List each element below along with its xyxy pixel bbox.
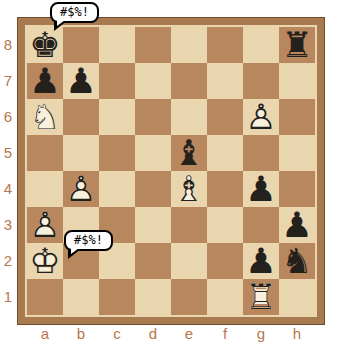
square-b7[interactable]: ♟	[63, 63, 99, 99]
black-pawn: ♟	[279, 207, 315, 243]
file-labels: abcdefgh	[27, 325, 315, 343]
square-e1[interactable]	[171, 279, 207, 315]
white-bishop-fill: ♝	[171, 171, 207, 207]
white-pawn-fill: ♟	[63, 171, 99, 207]
square-h7[interactable]	[279, 63, 315, 99]
square-g4[interactable]: ♟	[243, 171, 279, 207]
square-d8[interactable]	[135, 27, 171, 63]
file-label-a: a	[27, 325, 63, 343]
square-f5[interactable]	[207, 135, 243, 171]
square-h1[interactable]	[279, 279, 315, 315]
square-d1[interactable]	[135, 279, 171, 315]
square-a1[interactable]	[27, 279, 63, 315]
square-g7[interactable]	[243, 63, 279, 99]
square-e6[interactable]	[171, 99, 207, 135]
white-knight-fill: ♞	[27, 99, 63, 135]
white-king: ♔	[27, 243, 63, 279]
square-g1[interactable]: ♜♖	[243, 279, 279, 315]
square-c5[interactable]	[99, 135, 135, 171]
black-knight: ♞	[279, 243, 315, 279]
square-e4[interactable]: ♝♗	[171, 171, 207, 207]
square-e2[interactable]	[171, 243, 207, 279]
square-d6[interactable]	[135, 99, 171, 135]
square-c6[interactable]	[99, 99, 135, 135]
square-g5[interactable]	[243, 135, 279, 171]
square-f2[interactable]	[207, 243, 243, 279]
white-rook-fill: ♜	[243, 279, 279, 315]
square-b1[interactable]	[63, 279, 99, 315]
black-pawn: ♟	[243, 171, 279, 207]
square-d4[interactable]	[135, 171, 171, 207]
file-label-d: d	[135, 325, 171, 343]
square-c1[interactable]	[99, 279, 135, 315]
square-a8[interactable]: ♚	[27, 27, 63, 63]
square-a3[interactable]: ♟♙	[27, 207, 63, 243]
square-b8[interactable]	[63, 27, 99, 63]
white-pawn: ♙	[243, 99, 279, 135]
square-g3[interactable]	[243, 207, 279, 243]
white-bishop: ♗	[171, 171, 207, 207]
square-d3[interactable]	[135, 207, 171, 243]
square-f8[interactable]	[207, 27, 243, 63]
rank-label-1: 1	[0, 279, 16, 315]
black-pawn: ♟	[243, 243, 279, 279]
square-d5[interactable]	[135, 135, 171, 171]
white-pawn: ♙	[63, 171, 99, 207]
square-h8[interactable]: ♜	[279, 27, 315, 63]
square-h5[interactable]	[279, 135, 315, 171]
square-h3[interactable]: ♟	[279, 207, 315, 243]
white-knight: ♘	[27, 99, 63, 135]
page: ♚♜♟♟♞♘♟♙♝♟♙♝♗♟♟♙♟♚♔♟♞♜♖ 87654321 abcdefg…	[0, 0, 337, 349]
speech-bubble-black-king: #$%!	[50, 2, 99, 23]
square-c8[interactable]	[99, 27, 135, 63]
square-b5[interactable]	[63, 135, 99, 171]
square-e3[interactable]	[171, 207, 207, 243]
chess-board: ♚♜♟♟♞♘♟♙♝♟♙♝♗♟♟♙♟♚♔♟♞♜♖	[17, 17, 325, 325]
square-c7[interactable]	[99, 63, 135, 99]
rank-label-6: 6	[0, 99, 16, 135]
rank-label-3: 3	[0, 207, 16, 243]
square-f7[interactable]	[207, 63, 243, 99]
rank-label-5: 5	[0, 135, 16, 171]
black-pawn: ♟	[27, 63, 63, 99]
square-a2[interactable]: ♚♔	[27, 243, 63, 279]
speech-bubble-white-king: #$%!	[64, 230, 113, 251]
board-grid: ♚♜♟♟♞♘♟♙♝♟♙♝♗♟♟♙♟♚♔♟♞♜♖	[25, 25, 317, 317]
square-d7[interactable]	[135, 63, 171, 99]
square-f6[interactable]	[207, 99, 243, 135]
square-c4[interactable]	[99, 171, 135, 207]
white-rook: ♖	[243, 279, 279, 315]
square-a4[interactable]	[27, 171, 63, 207]
file-label-f: f	[207, 325, 243, 343]
black-king: ♚	[27, 27, 63, 63]
rank-label-2: 2	[0, 243, 16, 279]
black-rook: ♜	[279, 27, 315, 63]
square-f1[interactable]	[207, 279, 243, 315]
rank-label-4: 4	[0, 171, 16, 207]
file-label-h: h	[279, 325, 315, 343]
white-king-fill: ♚	[27, 243, 63, 279]
square-g6[interactable]: ♟♙	[243, 99, 279, 135]
white-pawn-fill: ♟	[243, 99, 279, 135]
square-d2[interactable]	[135, 243, 171, 279]
speech-bubble-text: #$%!	[60, 5, 89, 19]
square-e7[interactable]	[171, 63, 207, 99]
black-bishop: ♝	[171, 135, 207, 171]
square-g2[interactable]: ♟	[243, 243, 279, 279]
square-h4[interactable]	[279, 171, 315, 207]
square-g8[interactable]	[243, 27, 279, 63]
square-f4[interactable]	[207, 171, 243, 207]
square-b4[interactable]: ♟♙	[63, 171, 99, 207]
square-h6[interactable]	[279, 99, 315, 135]
white-pawn: ♙	[27, 207, 63, 243]
square-h2[interactable]: ♞	[279, 243, 315, 279]
square-f3[interactable]	[207, 207, 243, 243]
file-label-g: g	[243, 325, 279, 343]
rank-label-7: 7	[0, 63, 16, 99]
black-pawn: ♟	[63, 63, 99, 99]
square-b6[interactable]	[63, 99, 99, 135]
file-label-b: b	[63, 325, 99, 343]
square-a5[interactable]	[27, 135, 63, 171]
square-a6[interactable]: ♞♘	[27, 99, 63, 135]
square-e5[interactable]: ♝	[171, 135, 207, 171]
rank-label-8: 8	[0, 27, 16, 63]
file-label-c: c	[99, 325, 135, 343]
rank-labels: 87654321	[0, 27, 16, 315]
square-a7[interactable]: ♟	[27, 63, 63, 99]
white-pawn-fill: ♟	[27, 207, 63, 243]
file-label-e: e	[171, 325, 207, 343]
square-e8[interactable]	[171, 27, 207, 63]
speech-bubble-text: #$%!	[74, 233, 103, 247]
